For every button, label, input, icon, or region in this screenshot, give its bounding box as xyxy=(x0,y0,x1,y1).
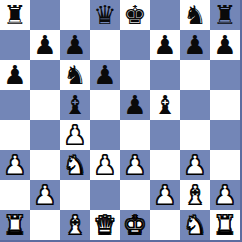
chess-board: ♜︎♛︎♚︎♞︎♜︎♟︎♟︎♟︎♟︎♟︎♟︎♞︎♟︎♝︎♟︎♝︎♟︎♟︎♞︎♟︎… xyxy=(0,0,242,242)
square-e4[interactable] xyxy=(120,120,150,150)
piece-black-knight: ♞︎ xyxy=(63,62,86,88)
piece-white-pawn: ♟︎ xyxy=(63,122,86,148)
square-e1[interactable]: ♚︎ xyxy=(120,210,150,240)
piece-black-knight: ♞︎ xyxy=(183,2,206,28)
piece-white-pawn: ♟︎ xyxy=(183,152,206,178)
square-g3[interactable]: ♟︎ xyxy=(180,150,210,180)
piece-black-pawn: ♟︎ xyxy=(123,92,146,118)
chess-board-container: ♜︎♛︎♚︎♞︎♜︎♟︎♟︎♟︎♟︎♟︎♟︎♞︎♟︎♝︎♟︎♝︎♟︎♟︎♞︎♟︎… xyxy=(0,0,242,242)
square-g8[interactable]: ♞︎ xyxy=(180,0,210,30)
square-e8[interactable]: ♚︎ xyxy=(120,0,150,30)
square-d8[interactable]: ♛︎ xyxy=(90,0,120,30)
square-c7[interactable]: ♟︎ xyxy=(60,30,90,60)
piece-white-pawn: ♟︎ xyxy=(153,182,176,208)
piece-black-pawn: ♟︎ xyxy=(63,32,86,58)
square-h3[interactable] xyxy=(210,150,240,180)
square-f2[interactable]: ♟︎ xyxy=(150,180,180,210)
square-c4[interactable]: ♟︎ xyxy=(60,120,90,150)
square-f1[interactable] xyxy=(150,210,180,240)
square-b1[interactable] xyxy=(30,210,60,240)
square-h4[interactable] xyxy=(210,120,240,150)
square-e2[interactable] xyxy=(120,180,150,210)
square-b7[interactable]: ♟︎ xyxy=(30,30,60,60)
piece-white-rook: ♜︎ xyxy=(213,212,236,238)
square-f6[interactable] xyxy=(150,60,180,90)
piece-black-bishop: ♝︎ xyxy=(63,92,86,118)
piece-black-bishop: ♝︎ xyxy=(153,92,176,118)
square-a6[interactable]: ♟︎ xyxy=(0,60,30,90)
piece-white-pawn: ♟︎ xyxy=(33,182,56,208)
piece-black-pawn: ♟︎ xyxy=(153,32,176,58)
piece-black-rook: ♜︎ xyxy=(3,2,26,28)
square-a2[interactable] xyxy=(0,180,30,210)
square-g6[interactable] xyxy=(180,60,210,90)
square-f5[interactable]: ♝︎ xyxy=(150,90,180,120)
square-c6[interactable]: ♞︎ xyxy=(60,60,90,90)
piece-white-pawn: ♟︎ xyxy=(123,152,146,178)
square-f8[interactable] xyxy=(150,0,180,30)
piece-black-queen: ♛︎ xyxy=(93,2,116,28)
square-g4[interactable] xyxy=(180,120,210,150)
square-d7[interactable] xyxy=(90,30,120,60)
square-a4[interactable] xyxy=(0,120,30,150)
piece-white-pawn: ♟︎ xyxy=(3,152,26,178)
square-b3[interactable] xyxy=(30,150,60,180)
piece-white-queen: ♛︎ xyxy=(93,212,116,238)
piece-white-bishop: ♝︎ xyxy=(183,182,206,208)
square-c5[interactable]: ♝︎ xyxy=(60,90,90,120)
square-d4[interactable] xyxy=(90,120,120,150)
piece-black-pawn: ♟︎ xyxy=(3,62,26,88)
square-b5[interactable] xyxy=(30,90,60,120)
square-d2[interactable] xyxy=(90,180,120,210)
square-h7[interactable]: ♟︎ xyxy=(210,30,240,60)
square-b8[interactable] xyxy=(30,0,60,30)
square-g7[interactable]: ♟︎ xyxy=(180,30,210,60)
square-h5[interactable] xyxy=(210,90,240,120)
piece-black-rook: ♜︎ xyxy=(213,2,236,28)
square-c1[interactable]: ♝︎ xyxy=(60,210,90,240)
square-h6[interactable] xyxy=(210,60,240,90)
square-a1[interactable]: ♜︎ xyxy=(0,210,30,240)
piece-white-king: ♚︎ xyxy=(123,212,146,238)
piece-white-knight: ♞︎ xyxy=(183,212,206,238)
square-d1[interactable]: ♛︎ xyxy=(90,210,120,240)
square-h2[interactable]: ♟︎ xyxy=(210,180,240,210)
square-h1[interactable]: ♜︎ xyxy=(210,210,240,240)
square-b2[interactable]: ♟︎ xyxy=(30,180,60,210)
piece-white-bishop: ♝︎ xyxy=(63,212,86,238)
square-c8[interactable] xyxy=(60,0,90,30)
square-f3[interactable] xyxy=(150,150,180,180)
square-b6[interactable] xyxy=(30,60,60,90)
square-g5[interactable] xyxy=(180,90,210,120)
square-c2[interactable] xyxy=(60,180,90,210)
piece-black-pawn: ♟︎ xyxy=(183,32,206,58)
piece-black-king: ♚︎ xyxy=(123,2,146,28)
square-h8[interactable]: ♜︎ xyxy=(210,0,240,30)
piece-white-rook: ♜︎ xyxy=(3,212,26,238)
square-a7[interactable] xyxy=(0,30,30,60)
square-a3[interactable]: ♟︎ xyxy=(0,150,30,180)
piece-black-pawn: ♟︎ xyxy=(33,32,56,58)
square-e5[interactable]: ♟︎ xyxy=(120,90,150,120)
piece-white-pawn: ♟︎ xyxy=(213,182,236,208)
square-b4[interactable] xyxy=(30,120,60,150)
square-g2[interactable]: ♝︎ xyxy=(180,180,210,210)
square-g1[interactable]: ♞︎ xyxy=(180,210,210,240)
piece-black-pawn: ♟︎ xyxy=(213,32,236,58)
piece-black-pawn: ♟︎ xyxy=(93,62,116,88)
square-d3[interactable]: ♟︎ xyxy=(90,150,120,180)
piece-white-pawn: ♟︎ xyxy=(93,152,116,178)
square-a5[interactable] xyxy=(0,90,30,120)
square-f4[interactable] xyxy=(150,120,180,150)
square-d6[interactable]: ♟︎ xyxy=(90,60,120,90)
square-c3[interactable]: ♞︎ xyxy=(60,150,90,180)
square-a8[interactable]: ♜︎ xyxy=(0,0,30,30)
square-e7[interactable] xyxy=(120,30,150,60)
piece-white-knight: ♞︎ xyxy=(63,152,86,178)
square-f7[interactable]: ♟︎ xyxy=(150,30,180,60)
square-e6[interactable] xyxy=(120,60,150,90)
square-e3[interactable]: ♟︎ xyxy=(120,150,150,180)
square-d5[interactable] xyxy=(90,90,120,120)
